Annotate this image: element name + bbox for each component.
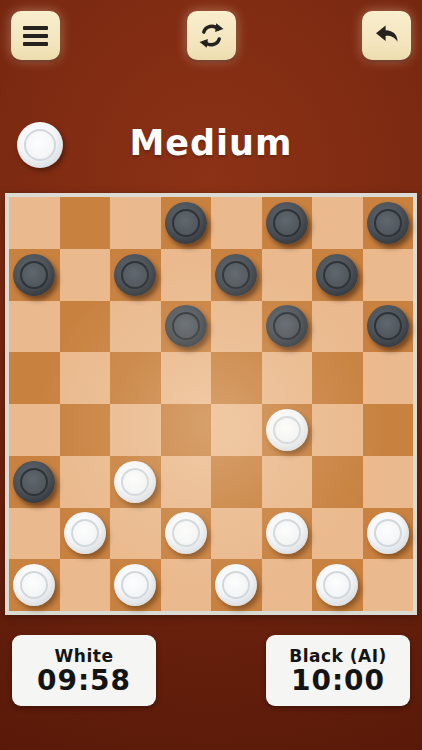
board-square-r5c3[interactable] [110,404,161,456]
board-square-r4c6[interactable] [262,352,313,404]
board-square-r2c7[interactable] [312,249,363,301]
board-grid [9,197,413,611]
black-piece[interactable] [266,202,308,244]
board-square-r6c7[interactable] [312,456,363,508]
board-square-r5c1[interactable] [9,404,60,456]
board-square-r7c3[interactable] [110,508,161,560]
board-square-r8c1[interactable] [9,559,60,611]
board-square-r8c2[interactable] [60,559,111,611]
white-piece[interactable] [114,564,156,606]
checkers-board [5,193,417,615]
undo-arrow-icon [373,22,401,50]
menu-button[interactable] [11,11,60,60]
toolbar [11,11,411,60]
board-square-r1c7[interactable] [312,197,363,249]
black-piece[interactable] [165,202,207,244]
board-square-r8c3[interactable] [110,559,161,611]
board-square-r6c6[interactable] [262,456,313,508]
black-piece[interactable] [13,461,55,503]
white-piece[interactable] [13,564,55,606]
board-square-r3c6[interactable] [262,301,313,353]
board-square-r7c2[interactable] [60,508,111,560]
board-square-r4c3[interactable] [110,352,161,404]
hamburger-menu-icon [23,22,48,50]
board-square-r1c3[interactable] [110,197,161,249]
board-square-r4c8[interactable] [363,352,414,404]
white-clock-label: White [55,646,114,666]
black-clock-label: Black (AI) [289,646,387,666]
board-square-r3c2[interactable] [60,301,111,353]
white-piece[interactable] [165,512,207,554]
black-clock: Black (AI) 10:00 [266,635,410,706]
board-square-r8c7[interactable] [312,559,363,611]
board-square-r1c8[interactable] [363,197,414,249]
board-square-r5c6[interactable] [262,404,313,456]
board-square-r4c4[interactable] [161,352,212,404]
board-square-r2c1[interactable] [9,249,60,301]
board-square-r5c8[interactable] [363,404,414,456]
black-piece[interactable] [367,305,409,347]
board-square-r1c4[interactable] [161,197,212,249]
board-square-r3c7[interactable] [312,301,363,353]
board-square-r1c1[interactable] [9,197,60,249]
board-square-r3c8[interactable] [363,301,414,353]
board-square-r8c8[interactable] [363,559,414,611]
board-square-r8c5[interactable] [211,559,262,611]
white-piece[interactable] [266,512,308,554]
board-square-r3c4[interactable] [161,301,212,353]
board-square-r5c7[interactable] [312,404,363,456]
black-piece[interactable] [13,254,55,296]
white-clock-time: 09:58 [37,666,131,695]
white-piece[interactable] [114,461,156,503]
board-square-r7c1[interactable] [9,508,60,560]
board-square-r5c2[interactable] [60,404,111,456]
board-square-r3c5[interactable] [211,301,262,353]
board-square-r6c1[interactable] [9,456,60,508]
board-square-r1c6[interactable] [262,197,313,249]
undo-button[interactable] [362,11,411,60]
difficulty-title: Medium [0,123,422,163]
black-piece[interactable] [165,305,207,347]
board-square-r3c1[interactable] [9,301,60,353]
board-square-r1c2[interactable] [60,197,111,249]
white-piece[interactable] [316,564,358,606]
board-square-r7c6[interactable] [262,508,313,560]
board-square-r4c5[interactable] [211,352,262,404]
board-square-r5c4[interactable] [161,404,212,456]
black-piece[interactable] [266,305,308,347]
board-square-r7c8[interactable] [363,508,414,560]
clock-panel: White 09:58 Black (AI) 10:00 [12,635,410,706]
board-square-r2c2[interactable] [60,249,111,301]
board-square-r4c7[interactable] [312,352,363,404]
checkers-app-screen: Medium White 09:58 Black (AI) 10:00 [0,0,422,750]
board-square-r2c4[interactable] [161,249,212,301]
board-square-r4c1[interactable] [9,352,60,404]
board-square-r2c3[interactable] [110,249,161,301]
board-square-r2c6[interactable] [262,249,313,301]
white-piece[interactable] [64,512,106,554]
board-square-r2c8[interactable] [363,249,414,301]
board-square-r8c4[interactable] [161,559,212,611]
black-piece[interactable] [215,254,257,296]
black-piece[interactable] [114,254,156,296]
board-square-r3c3[interactable] [110,301,161,353]
white-piece[interactable] [215,564,257,606]
white-clock: White 09:58 [12,635,156,706]
white-piece[interactable] [367,512,409,554]
black-piece[interactable] [316,254,358,296]
white-piece[interactable] [266,409,308,451]
board-square-r6c8[interactable] [363,456,414,508]
board-square-r7c5[interactable] [211,508,262,560]
board-square-r1c5[interactable] [211,197,262,249]
board-square-r6c5[interactable] [211,456,262,508]
restart-button[interactable] [187,11,236,60]
board-square-r6c3[interactable] [110,456,161,508]
board-square-r7c7[interactable] [312,508,363,560]
black-clock-time: 10:00 [291,666,385,695]
board-square-r2c5[interactable] [211,249,262,301]
board-square-r4c2[interactable] [60,352,111,404]
board-square-r7c4[interactable] [161,508,212,560]
black-piece[interactable] [367,202,409,244]
board-square-r8c6[interactable] [262,559,313,611]
board-square-r6c4[interactable] [161,456,212,508]
refresh-icon [198,22,225,49]
board-square-r6c2[interactable] [60,456,111,508]
board-square-r5c5[interactable] [211,404,262,456]
